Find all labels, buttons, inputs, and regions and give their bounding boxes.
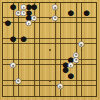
stone-black: ● xyxy=(32,5,37,10)
star-point xyxy=(49,18,51,20)
star-point xyxy=(81,49,83,51)
star-point xyxy=(18,49,20,51)
star-point xyxy=(81,81,83,83)
go-board[interactable]: ●●●●●●●●●●●●●●●●●●●●●●●●●●●● xyxy=(0,0,100,100)
stone-white: ● xyxy=(26,21,31,26)
stone-white: ● xyxy=(21,11,26,16)
stone-black: ● xyxy=(68,11,73,16)
star-point xyxy=(81,18,83,20)
stone-white: ● xyxy=(32,16,37,21)
stone-white: ● xyxy=(58,84,63,89)
go-board-screenshot: ●●●●●●●●●●●●●●●●●●●●●●●●●●●● xyxy=(0,0,100,100)
stone-white: ● xyxy=(79,42,84,47)
stone-white: ● xyxy=(11,63,16,68)
stone-black: ● xyxy=(5,21,10,26)
stone-black: ● xyxy=(68,74,73,79)
stone-white: ● xyxy=(16,79,21,84)
star-point xyxy=(49,81,51,83)
stone-white: ● xyxy=(53,5,58,10)
stone-black: ● xyxy=(21,37,26,42)
board-intersections[interactable]: ●●●●●●●●●●●●●●●●●●●●●●●●●●●● xyxy=(0,0,100,100)
stone-black: ● xyxy=(84,11,89,16)
stone-white: ● xyxy=(74,58,79,63)
stone-black: ● xyxy=(11,37,16,42)
star-point xyxy=(18,18,20,20)
star-point xyxy=(49,49,51,51)
stone-white: ● xyxy=(53,16,58,21)
stone-white: ● xyxy=(68,63,73,68)
